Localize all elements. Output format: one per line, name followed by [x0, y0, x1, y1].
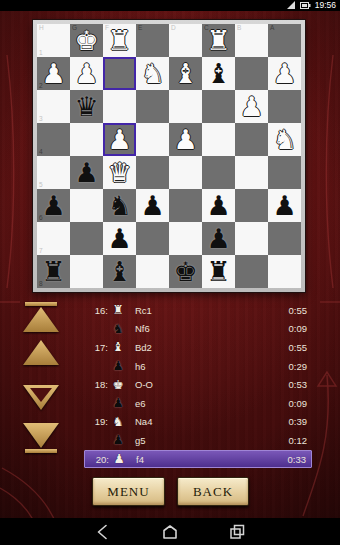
move-text: Bd2 [135, 342, 152, 353]
square-g3[interactable]: ♛ [70, 90, 103, 123]
move-number: 16: [84, 305, 108, 316]
rank-label: 7 [39, 247, 43, 254]
black-pawn-piece: ♟ [70, 156, 103, 189]
move-time: 0:09 [289, 398, 313, 409]
square-c3[interactable] [202, 90, 235, 123]
black-knight: ♞ [110, 320, 126, 338]
square-b7[interactable] [235, 222, 268, 255]
white-pawn-piece: ♟ [235, 90, 268, 123]
black-pawn-piece: ♟ [37, 189, 70, 222]
black-pawn-piece: ♟ [136, 189, 169, 222]
move-text: f4 [136, 454, 144, 465]
white-knight: ♞ [110, 413, 126, 431]
square-a2[interactable]: ♟ [268, 57, 301, 90]
square-g6[interactable] [70, 189, 103, 222]
move-row-7[interactable]: 19:♞Na40:39 [84, 413, 312, 432]
black-rook-piece: ♜ [37, 255, 70, 288]
black-rook-piece: ♜ [202, 255, 235, 288]
square-c4[interactable] [202, 123, 235, 156]
menu-button[interactable]: MENU [92, 477, 165, 506]
square-a4[interactable]: ♞ [268, 123, 301, 156]
white-pawn-piece: ♟ [169, 123, 202, 156]
white-pawn-piece: ♟ [268, 57, 301, 90]
square-f5[interactable]: ♛ [103, 156, 136, 189]
move-time: 0:09 [289, 323, 313, 334]
move-row-1[interactable]: 16:♜Rc10:55 [84, 301, 312, 320]
square-d2[interactable]: ♝ [169, 57, 202, 90]
white-pawn-piece: ♟ [103, 123, 136, 156]
white-bishop: ♝ [110, 338, 126, 356]
file-label: G [72, 24, 77, 31]
square-a3[interactable] [268, 90, 301, 123]
jump-to-end-button[interactable] [23, 423, 59, 453]
move-time: 0:29 [289, 361, 313, 372]
white-queen-piece: ♛ [103, 156, 136, 189]
black-pawn-piece: ♟ [202, 189, 235, 222]
white-king-piece: ♚ [70, 24, 103, 57]
square-b8[interactable] [235, 255, 268, 288]
android-nav-bar [0, 518, 340, 545]
move-row-4[interactable]: ♟h60:29 [84, 357, 312, 376]
square-b2[interactable] [235, 57, 268, 90]
square-h4[interactable]: 4 [37, 123, 70, 156]
move-text: O-O [135, 379, 153, 390]
black-queen-piece: ♛ [70, 90, 103, 123]
rank-label: 3 [39, 115, 43, 122]
black-pawn-piece: ♟ [103, 222, 136, 255]
square-e7[interactable] [136, 222, 169, 255]
square-d3[interactable] [169, 90, 202, 123]
rank-label: 6 [39, 214, 43, 221]
file-label: F [105, 24, 109, 31]
square-b1[interactable]: B [235, 24, 268, 57]
move-text: Na4 [135, 416, 152, 427]
square-g8[interactable] [70, 255, 103, 288]
white-bishop-piece: ♝ [169, 57, 202, 90]
square-c1[interactable]: C♜ [202, 24, 235, 57]
black-pawn-piece: ♟ [268, 189, 301, 222]
square-f2[interactable] [103, 57, 136, 90]
square-h2[interactable]: 2♟ [37, 57, 70, 90]
chess-board-frame: H1G♚F♜EDC♜BA2♟♟♞♝♝♟3♛♟4♟♟♞5♟♛6♟♞♟♟♟7♟♟8♜… [33, 20, 305, 292]
move-time: 0:33 [288, 454, 312, 465]
square-b3[interactable]: ♟ [235, 90, 268, 123]
rank-label: 5 [39, 181, 43, 188]
chess-board: H1G♚F♜EDC♜BA2♟♟♞♝♝♟3♛♟4♟♟♞5♟♛6♟♞♟♟♟7♟♟8♜… [37, 24, 301, 288]
square-a1[interactable]: A [268, 24, 301, 57]
square-d5[interactable] [169, 156, 202, 189]
file-label: B [237, 24, 241, 31]
square-f8[interactable]: ♝ [103, 255, 136, 288]
square-e8[interactable] [136, 255, 169, 288]
file-label: E [138, 24, 142, 31]
rank-label: 8 [39, 280, 43, 287]
black-bishop-piece: ♝ [103, 255, 136, 288]
move-time: 0:53 [289, 379, 313, 390]
square-b6[interactable] [235, 189, 268, 222]
move-text: g5 [135, 435, 146, 446]
move-row-5[interactable]: 18:♚O-O0:53 [84, 375, 312, 394]
move-text: Nf6 [135, 323, 150, 334]
file-label: H [39, 24, 44, 31]
square-f3[interactable] [103, 90, 136, 123]
move-list: 16:♜Rc10:55♞Nf60:0917:♝Bd20:55♟h60:2918:… [84, 301, 312, 468]
step-back-button[interactable] [23, 340, 59, 365]
move-row-8[interactable]: ♟g50:12 [84, 431, 312, 450]
white-rook-piece: ♜ [103, 24, 136, 57]
square-d1[interactable]: D [169, 24, 202, 57]
white-knight-piece: ♞ [136, 57, 169, 90]
square-e2[interactable]: ♞ [136, 57, 169, 90]
move-time: 0:55 [289, 305, 313, 316]
square-e1[interactable]: E [136, 24, 169, 57]
square-a6[interactable]: ♟ [268, 189, 301, 222]
white-pawn-piece: ♟ [70, 57, 103, 90]
white-knight-piece: ♞ [268, 123, 301, 156]
black-pawn: ♟ [110, 357, 126, 375]
square-h1[interactable]: H1 [37, 24, 70, 57]
black-pawn: ♟ [110, 431, 126, 449]
back-icon[interactable] [94, 523, 112, 541]
black-bishop-piece: ♝ [202, 57, 235, 90]
square-b5[interactable] [235, 156, 268, 189]
square-c7[interactable]: ♟ [202, 222, 235, 255]
move-row-2[interactable]: ♞Nf60:09 [84, 320, 312, 339]
rank-label: 4 [39, 148, 43, 155]
move-number: 19: [84, 416, 108, 427]
square-d6[interactable] [169, 189, 202, 222]
square-d7[interactable] [169, 222, 202, 255]
white-pawn: ♟ [111, 450, 127, 468]
move-number: 17: [84, 342, 108, 353]
jump-to-start-button[interactable] [23, 302, 59, 332]
square-d4[interactable]: ♟ [169, 123, 202, 156]
square-h5[interactable]: 5 [37, 156, 70, 189]
android-status-bar: 19:56 [0, 0, 340, 11]
back-button[interactable]: BACK [177, 477, 249, 506]
square-c8[interactable]: ♜ [202, 255, 235, 288]
black-pawn: ♟ [110, 394, 126, 412]
square-h6[interactable]: 6♟ [37, 189, 70, 222]
file-label: A [270, 24, 274, 31]
square-e3[interactable] [136, 90, 169, 123]
square-g7[interactable] [70, 222, 103, 255]
home-icon[interactable] [161, 523, 179, 541]
square-c6[interactable]: ♟ [202, 189, 235, 222]
move-number: 20: [85, 454, 109, 465]
square-a8[interactable] [268, 255, 301, 288]
square-g1[interactable]: G♚ [70, 24, 103, 57]
white-pawn-piece: ♟ [37, 57, 70, 90]
clock-text: 19:56 [315, 0, 336, 11]
square-f1[interactable]: F♜ [103, 24, 136, 57]
black-knight-piece: ♞ [103, 189, 136, 222]
rank-label: 1 [39, 49, 43, 56]
signal-icon [287, 1, 296, 10]
rank-label: 2 [39, 82, 43, 89]
move-time: 0:12 [289, 435, 313, 446]
battery-icon [300, 1, 311, 10]
square-e4[interactable] [136, 123, 169, 156]
step-forward-button[interactable] [23, 385, 59, 410]
move-text: e6 [135, 398, 146, 409]
move-text: Rc1 [135, 305, 152, 316]
square-f7[interactable]: ♟ [103, 222, 136, 255]
white-king: ♚ [110, 376, 126, 394]
move-time: 0:39 [289, 416, 313, 427]
square-h7[interactable]: 7 [37, 222, 70, 255]
square-d8[interactable]: ♚ [169, 255, 202, 288]
black-king-piece: ♚ [169, 255, 202, 288]
square-e5[interactable] [136, 156, 169, 189]
black-pawn-piece: ♟ [202, 222, 235, 255]
square-e6[interactable]: ♟ [136, 189, 169, 222]
move-number: 18: [84, 379, 108, 390]
square-c2[interactable]: ♝ [202, 57, 235, 90]
square-g4[interactable] [70, 123, 103, 156]
file-label: C [204, 24, 209, 31]
move-row-9[interactable]: 20:♟f40:33 [84, 450, 312, 469]
square-h8[interactable]: 8♜ [37, 255, 70, 288]
square-h3[interactable]: 3 [37, 90, 70, 123]
recents-icon[interactable] [228, 523, 246, 541]
white-rook: ♜ [110, 301, 126, 319]
move-text: h6 [135, 361, 146, 372]
move-row-3[interactable]: 17:♝Bd20:55 [84, 338, 312, 357]
square-c5[interactable] [202, 156, 235, 189]
square-a5[interactable] [268, 156, 301, 189]
move-row-6[interactable]: ♟e60:09 [84, 394, 312, 413]
square-f4[interactable]: ♟ [103, 123, 136, 156]
square-f6[interactable]: ♞ [103, 189, 136, 222]
square-g5[interactable]: ♟ [70, 156, 103, 189]
square-g2[interactable]: ♟ [70, 57, 103, 90]
file-label: D [171, 24, 176, 31]
square-b4[interactable] [235, 123, 268, 156]
white-rook-piece: ♜ [202, 24, 235, 57]
move-time: 0:55 [289, 342, 313, 353]
square-a7[interactable] [268, 222, 301, 255]
